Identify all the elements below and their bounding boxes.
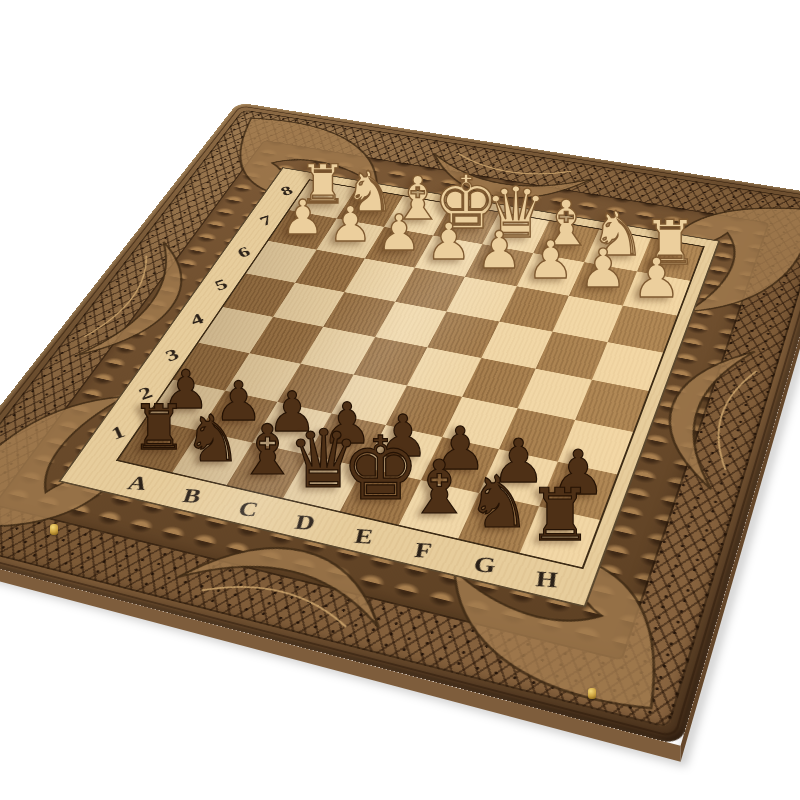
file-label-g: G (465, 550, 504, 579)
file-label-h: H (528, 565, 567, 595)
product-photo-stage: 12345678ABCDEFGH ♜♞♝♚♟♛♟♝♟♞♟♜♟♟♟♟♟♟♟♟♜♟♞… (0, 0, 800, 800)
file-label-e: E (344, 522, 384, 550)
piece-white-pawn-h7[interactable]: ♟ (597, 251, 717, 306)
file-label-f: F (404, 536, 443, 565)
file-label-b: B (172, 483, 212, 509)
file-label-a: A (117, 470, 158, 496)
file-label-d: D (285, 509, 325, 537)
file-label-c: C (228, 496, 268, 523)
brass-pin-left (50, 524, 58, 535)
brass-pin-bottom (588, 688, 596, 699)
piece-black-rook-h1[interactable]: ♜ (500, 479, 620, 552)
